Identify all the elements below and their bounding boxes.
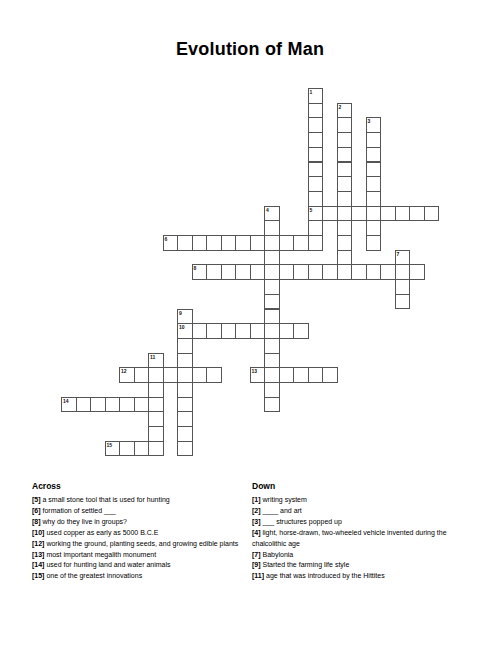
clue-down-9: [9] Started the farming life style <box>252 560 464 571</box>
grid-cell[interactable] <box>322 206 338 222</box>
grid-cell[interactable]: 14 <box>61 397 77 413</box>
grid-cell[interactable] <box>380 206 396 222</box>
cell-number: 14 <box>63 398 69 404</box>
grid-cell[interactable] <box>192 367 208 383</box>
grid-cell[interactable]: 13 <box>250 367 266 383</box>
grid-cell[interactable]: 4 <box>264 206 280 222</box>
grid-cell[interactable] <box>308 147 324 163</box>
grid-cell[interactable] <box>264 323 280 339</box>
grid-cell[interactable] <box>177 353 193 369</box>
grid-cell[interactable] <box>206 367 222 383</box>
grid-cell[interactable] <box>177 441 193 457</box>
grid-cell[interactable] <box>409 206 425 222</box>
grid-cell[interactable] <box>148 367 164 383</box>
grid-cell[interactable] <box>308 220 324 236</box>
grid-cell[interactable] <box>308 235 324 251</box>
cell-number: 1 <box>310 89 313 95</box>
grid-cell[interactable] <box>322 367 338 383</box>
cell-number: 15 <box>107 442 113 448</box>
grid-cell[interactable] <box>148 441 164 457</box>
grid-cell[interactable] <box>206 323 222 339</box>
down-clue-list: [1] writing system[2] ____ and art[3] __… <box>252 495 464 582</box>
clue-down-7: [7] Babylonia <box>252 550 464 561</box>
grid-cell[interactable] <box>366 162 382 178</box>
grid-cell[interactable] <box>206 264 222 280</box>
cell-number: 5 <box>310 207 313 213</box>
puzzle-title: Evolution of Man <box>0 39 500 60</box>
grid-cell[interactable] <box>293 367 309 383</box>
grid-cell[interactable] <box>293 235 309 251</box>
grid-cell[interactable]: 5 <box>308 206 324 222</box>
clue-across-15: [15] one of the greatest innovations <box>32 571 257 582</box>
down-clues-section: Down [1] writing system[2] ____ and art[… <box>252 481 464 582</box>
cell-number: 7 <box>397 251 400 257</box>
grid-cell[interactable] <box>337 220 353 236</box>
grid-cell[interactable] <box>177 382 193 398</box>
down-header: Down <box>252 481 464 491</box>
grid-cell[interactable] <box>221 235 237 251</box>
grid-cell[interactable] <box>148 397 164 413</box>
grid-cell[interactable] <box>395 264 411 280</box>
across-clue-list: [5] a small stone tool that is used for … <box>32 495 257 582</box>
grid-cell[interactable] <box>337 147 353 163</box>
grid-cell[interactable] <box>235 264 251 280</box>
grid-cell[interactable] <box>395 206 411 222</box>
grid-cell[interactable] <box>308 367 324 383</box>
grid-cell[interactable] <box>308 176 324 192</box>
grid-cell[interactable] <box>177 367 193 383</box>
grid-cell[interactable] <box>264 353 280 369</box>
cell-number: 11 <box>150 354 155 360</box>
cell-number: 10 <box>179 324 185 330</box>
grid-cell[interactable] <box>337 132 353 148</box>
clue-down-1: [1] writing system <box>252 495 464 506</box>
grid-cell[interactable]: 3 <box>366 117 382 133</box>
clue-down-4: [4] light, horse-drawn, two-wheeled vehi… <box>252 528 464 550</box>
cell-number: 9 <box>179 310 182 316</box>
clue-across-14: [14] used for hunting land and water ani… <box>32 560 257 571</box>
clue-down-3: [3] ___ structures popped up <box>252 517 464 528</box>
grid-cell[interactable] <box>322 264 338 280</box>
grid-cell[interactable]: 12 <box>119 367 135 383</box>
grid-cell[interactable] <box>293 323 309 339</box>
grid-cell[interactable] <box>250 235 266 251</box>
grid-cell[interactable] <box>250 264 266 280</box>
grid-cell[interactable] <box>264 294 280 310</box>
grid-cell[interactable] <box>264 309 280 325</box>
crossword-page: Evolution of Man 123456789101112131415 A… <box>0 0 500 647</box>
grid-cell[interactable] <box>308 132 324 148</box>
grid-cell[interactable] <box>235 323 251 339</box>
grid-cell[interactable]: 15 <box>105 441 121 457</box>
grid-cell[interactable]: 7 <box>395 250 411 266</box>
grid-cell[interactable] <box>279 264 295 280</box>
cell-number: 4 <box>266 207 269 213</box>
grid-cell[interactable] <box>337 235 353 251</box>
grid-cell[interactable] <box>250 323 266 339</box>
grid-cell[interactable]: 10 <box>177 323 193 339</box>
grid-cell[interactable] <box>148 411 164 427</box>
clue-across-12: [12] working the ground, planting seeds,… <box>32 539 257 550</box>
grid-cell[interactable] <box>264 397 280 413</box>
cell-number: 3 <box>368 118 371 124</box>
grid-cell[interactable] <box>134 441 150 457</box>
grid-cell[interactable] <box>264 235 280 251</box>
grid-cell[interactable] <box>192 323 208 339</box>
grid-cell[interactable] <box>264 279 280 295</box>
grid-cell[interactable] <box>308 117 324 133</box>
grid-cell[interactable] <box>366 132 382 148</box>
grid-cell[interactable] <box>366 176 382 192</box>
grid-cell[interactable] <box>177 235 193 251</box>
grid-cell[interactable]: 6 <box>163 235 179 251</box>
grid-cell[interactable] <box>264 367 280 383</box>
grid-cell[interactable] <box>177 426 193 442</box>
grid-cell[interactable] <box>90 397 106 413</box>
grid-cell[interactable] <box>308 162 324 178</box>
grid-cell[interactable] <box>424 206 440 222</box>
grid-cell[interactable] <box>221 323 237 339</box>
grid-cell[interactable] <box>221 264 237 280</box>
grid-cell[interactable] <box>148 382 164 398</box>
grid-cell[interactable] <box>134 397 150 413</box>
grid-cell[interactable] <box>366 264 382 280</box>
grid-cell[interactable] <box>163 367 179 383</box>
grid-cell[interactable] <box>308 103 324 119</box>
grid-cell[interactable] <box>337 250 353 266</box>
grid-cell[interactable] <box>105 397 121 413</box>
grid-cell[interactable] <box>366 206 382 222</box>
grid-cell[interactable]: 9 <box>177 309 193 325</box>
grid-cell[interactable]: 11 <box>148 353 164 369</box>
grid-cell[interactable] <box>192 235 208 251</box>
grid-cell[interactable] <box>366 147 382 163</box>
grid-cell[interactable]: 1 <box>308 88 324 104</box>
clue-across-10: [10] used copper as early as 5000 B.C.E <box>32 528 257 539</box>
grid-cell[interactable] <box>119 441 135 457</box>
grid-cell[interactable] <box>177 411 193 427</box>
clue-across-6: [6] formation of settled ___ <box>32 506 257 517</box>
grid-cell[interactable] <box>337 206 353 222</box>
grid-cell[interactable] <box>380 264 396 280</box>
grid-cell[interactable] <box>409 264 425 280</box>
grid-cell[interactable] <box>337 176 353 192</box>
grid-cell[interactable] <box>337 264 353 280</box>
grid-cell[interactable] <box>279 367 295 383</box>
crossword-grid: 123456789101112131415 <box>61 88 439 457</box>
grid-cell[interactable]: 2 <box>337 103 353 119</box>
across-clues-section: Across [5] a small stone tool that is us… <box>32 481 257 582</box>
cell-number: 8 <box>194 265 197 271</box>
cell-number: 2 <box>339 104 342 110</box>
grid-cell[interactable] <box>264 220 280 236</box>
grid-cell[interactable] <box>337 117 353 133</box>
grid-cell[interactable] <box>308 264 324 280</box>
clue-across-8: [8] why do they live in groups? <box>32 517 257 528</box>
grid-cell[interactable] <box>366 220 382 236</box>
grid-cell[interactable] <box>293 264 309 280</box>
grid-cell[interactable] <box>308 191 324 207</box>
clue-across-5: [5] a small stone tool that is used for … <box>32 495 257 506</box>
cell-number: 6 <box>165 236 168 242</box>
grid-cell[interactable] <box>366 191 382 207</box>
clue-down-11: [11] age that was introduced by the Hitt… <box>252 571 464 582</box>
grid-cell[interactable] <box>76 397 92 413</box>
grid-cell[interactable] <box>119 397 135 413</box>
grid-cell[interactable] <box>395 279 411 295</box>
grid-cell[interactable] <box>337 191 353 207</box>
grid-cell[interactable] <box>337 162 353 178</box>
grid-cell[interactable] <box>177 397 193 413</box>
cell-number: 12 <box>121 368 127 374</box>
across-header: Across <box>32 481 257 491</box>
grid-cell[interactable] <box>279 235 295 251</box>
grid-cell[interactable] <box>264 382 280 398</box>
grid-cell[interactable] <box>134 367 150 383</box>
grid-cell[interactable] <box>395 294 411 310</box>
grid-cell[interactable] <box>351 264 367 280</box>
clue-down-2: [2] ____ and art <box>252 506 464 517</box>
grid-cell[interactable] <box>148 426 164 442</box>
grid-cell[interactable] <box>235 235 251 251</box>
grid-cell[interactable] <box>279 323 295 339</box>
grid-cell[interactable] <box>206 235 222 251</box>
grid-cell[interactable] <box>264 264 280 280</box>
grid-cell[interactable] <box>264 338 280 354</box>
cell-number: 13 <box>252 368 258 374</box>
grid-cell[interactable]: 8 <box>192 264 208 280</box>
grid-cell[interactable] <box>264 250 280 266</box>
grid-cell[interactable] <box>177 338 193 354</box>
grid-cell[interactable] <box>366 235 382 251</box>
grid-cell[interactable] <box>351 206 367 222</box>
clue-across-13: [13] most important megalith monument <box>32 550 257 561</box>
